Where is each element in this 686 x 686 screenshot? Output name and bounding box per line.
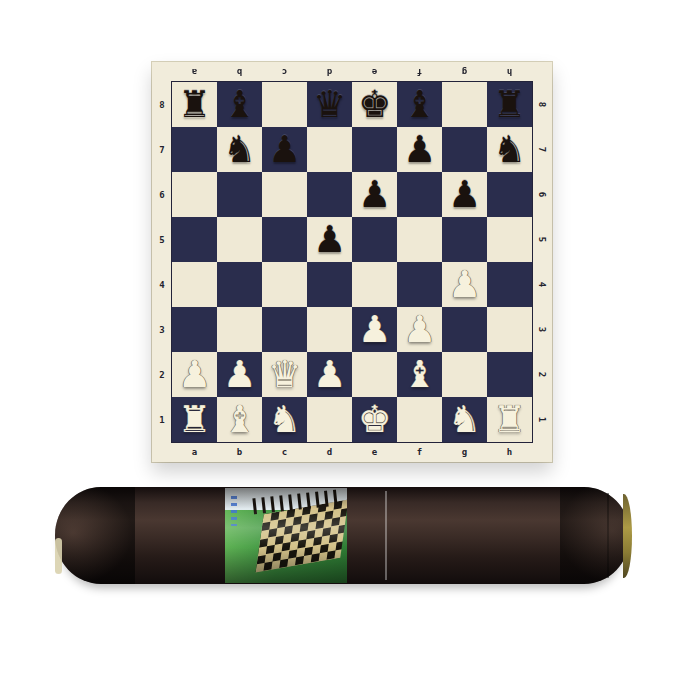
square-c4 bbox=[262, 262, 307, 307]
chess-board: abcdefgh abcdefgh 87654321 87654321 ♜♝♛♚… bbox=[152, 62, 552, 462]
square-b1: ♝ bbox=[217, 397, 262, 442]
square-h2 bbox=[487, 352, 532, 397]
square-h7: ♞ bbox=[487, 127, 532, 172]
square-g4: ♟ bbox=[442, 262, 487, 307]
piece-white-rook: ♜ bbox=[487, 397, 532, 442]
coord-label: 6 bbox=[152, 172, 172, 217]
square-c1: ♞ bbox=[262, 397, 307, 442]
square-d8: ♛ bbox=[307, 82, 352, 127]
square-c3 bbox=[262, 307, 307, 352]
piece-black-pawn: ♟ bbox=[352, 172, 397, 217]
square-a1: ♜ bbox=[172, 397, 217, 442]
piece-white-bishop: ♝ bbox=[217, 397, 262, 442]
square-c7: ♟ bbox=[262, 127, 307, 172]
piece-black-rook: ♜ bbox=[172, 82, 217, 127]
square-e2 bbox=[352, 352, 397, 397]
square-f2: ♝ bbox=[397, 352, 442, 397]
coord-label: 3 bbox=[152, 307, 172, 352]
piece-black-queen: ♛ bbox=[307, 82, 352, 127]
square-g1: ♞ bbox=[442, 397, 487, 442]
piece-black-pawn: ♟ bbox=[442, 172, 487, 217]
piece-black-king: ♚ bbox=[352, 82, 397, 127]
square-b7: ♞ bbox=[217, 127, 262, 172]
tube-cap-joint bbox=[607, 493, 609, 578]
piece-white-pawn: ♟ bbox=[352, 307, 397, 352]
piece-black-pawn: ♟ bbox=[262, 127, 307, 172]
square-a8: ♜ bbox=[172, 82, 217, 127]
square-d7 bbox=[307, 127, 352, 172]
square-c2: ♛ bbox=[262, 352, 307, 397]
coord-label: b bbox=[217, 442, 262, 462]
square-a7 bbox=[172, 127, 217, 172]
square-h5 bbox=[487, 217, 532, 262]
square-g2 bbox=[442, 352, 487, 397]
square-b5 bbox=[217, 217, 262, 262]
square-d3 bbox=[307, 307, 352, 352]
square-e4 bbox=[352, 262, 397, 307]
piece-white-pawn: ♟ bbox=[217, 352, 262, 397]
square-b2: ♟ bbox=[217, 352, 262, 397]
piece-white-queen: ♛ bbox=[262, 352, 307, 397]
square-h3 bbox=[487, 307, 532, 352]
coord-label: e bbox=[352, 442, 397, 462]
piece-black-knight: ♞ bbox=[487, 127, 532, 172]
piece-black-bishop: ♝ bbox=[397, 82, 442, 127]
coord-label: e bbox=[352, 62, 397, 82]
square-e6: ♟ bbox=[352, 172, 397, 217]
square-d4 bbox=[307, 262, 352, 307]
piece-black-pawn: ♟ bbox=[307, 217, 352, 262]
piece-black-rook: ♜ bbox=[487, 82, 532, 127]
square-h4 bbox=[487, 262, 532, 307]
square-d2: ♟ bbox=[307, 352, 352, 397]
coord-label: 5 bbox=[152, 217, 172, 262]
coord-label: g bbox=[442, 442, 487, 462]
square-g3 bbox=[442, 307, 487, 352]
coord-label: 7 bbox=[152, 127, 172, 172]
square-b8: ♝ bbox=[217, 82, 262, 127]
coord-label: 4 bbox=[152, 262, 172, 307]
piece-white-king: ♚ bbox=[352, 397, 397, 442]
square-f5 bbox=[397, 217, 442, 262]
file-labels-top: abcdefgh bbox=[172, 62, 532, 82]
piece-white-pawn: ♟ bbox=[397, 307, 442, 352]
square-e8: ♚ bbox=[352, 82, 397, 127]
square-c6 bbox=[262, 172, 307, 217]
square-c5 bbox=[262, 217, 307, 262]
square-g5 bbox=[442, 217, 487, 262]
square-a5 bbox=[172, 217, 217, 262]
piece-white-pawn: ♟ bbox=[442, 262, 487, 307]
square-b6 bbox=[217, 172, 262, 217]
piece-black-pawn: ♟ bbox=[397, 127, 442, 172]
tube-right-cap-rim bbox=[623, 494, 632, 578]
square-d1 bbox=[307, 397, 352, 442]
square-a3 bbox=[172, 307, 217, 352]
square-g6: ♟ bbox=[442, 172, 487, 217]
coord-label: c bbox=[262, 62, 307, 82]
carrying-tube bbox=[55, 487, 630, 584]
piece-white-bishop: ♝ bbox=[397, 352, 442, 397]
file-labels-bottom: abcdefgh bbox=[172, 442, 532, 462]
board-grid: ♜♝♛♚♝♜♞♟♟♞♟♟♟♟♟♟♟♟♛♟♝♜♝♞♚♞♜ bbox=[172, 82, 532, 442]
square-e1: ♚ bbox=[352, 397, 397, 442]
product-photo: abcdefgh abcdefgh 87654321 87654321 ♜♝♛♚… bbox=[0, 0, 686, 686]
square-f7: ♟ bbox=[397, 127, 442, 172]
rank-labels-left: 87654321 bbox=[152, 82, 172, 442]
square-h8: ♜ bbox=[487, 82, 532, 127]
piece-white-rook: ♜ bbox=[172, 397, 217, 442]
piece-black-knight: ♞ bbox=[217, 127, 262, 172]
square-g8 bbox=[442, 82, 487, 127]
coord-label: d bbox=[307, 442, 352, 462]
square-f3: ♟ bbox=[397, 307, 442, 352]
rank-labels-right: 87654321 bbox=[532, 82, 552, 442]
piece-white-pawn: ♟ bbox=[172, 352, 217, 397]
square-f4 bbox=[397, 262, 442, 307]
coord-label: h bbox=[487, 62, 532, 82]
coord-label: 2 bbox=[152, 352, 172, 397]
square-b4 bbox=[217, 262, 262, 307]
coord-label: 8 bbox=[152, 82, 172, 127]
square-e7 bbox=[352, 127, 397, 172]
square-a6 bbox=[172, 172, 217, 217]
square-e5 bbox=[352, 217, 397, 262]
square-d6 bbox=[307, 172, 352, 217]
square-f8: ♝ bbox=[397, 82, 442, 127]
piece-black-bishop: ♝ bbox=[217, 82, 262, 127]
coord-label: f bbox=[397, 442, 442, 462]
square-a4 bbox=[172, 262, 217, 307]
coord-label: a bbox=[172, 442, 217, 462]
tube-label bbox=[225, 488, 347, 583]
square-h6 bbox=[487, 172, 532, 217]
coord-label: b bbox=[217, 62, 262, 82]
coord-label: a bbox=[172, 62, 217, 82]
tube-seam bbox=[385, 491, 387, 580]
piece-white-knight: ♞ bbox=[442, 397, 487, 442]
coord-label: f bbox=[397, 62, 442, 82]
tube-left-cap-rim bbox=[55, 538, 62, 574]
piece-white-pawn: ♟ bbox=[307, 352, 352, 397]
square-a2: ♟ bbox=[172, 352, 217, 397]
coord-label: d bbox=[307, 62, 352, 82]
square-f1 bbox=[397, 397, 442, 442]
square-b3 bbox=[217, 307, 262, 352]
square-h1: ♜ bbox=[487, 397, 532, 442]
square-c8 bbox=[262, 82, 307, 127]
coord-label: 1 bbox=[152, 397, 172, 442]
coord-label: c bbox=[262, 442, 307, 462]
label-shading bbox=[225, 488, 347, 583]
square-g7 bbox=[442, 127, 487, 172]
square-e3: ♟ bbox=[352, 307, 397, 352]
coord-label: g bbox=[442, 62, 487, 82]
square-f6 bbox=[397, 172, 442, 217]
square-d5: ♟ bbox=[307, 217, 352, 262]
piece-white-knight: ♞ bbox=[262, 397, 307, 442]
coord-label: h bbox=[487, 442, 532, 462]
